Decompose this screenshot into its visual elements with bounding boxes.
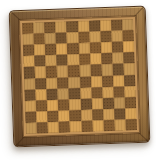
- board-square: [89, 20, 100, 31]
- board-square: [69, 99, 80, 110]
- frame-miter-seam: [15, 137, 25, 147]
- board-square: [124, 75, 135, 86]
- board-square: [33, 22, 44, 33]
- board-square: [89, 42, 100, 53]
- board-inner-margin: [19, 16, 140, 137]
- board-square: [68, 65, 79, 76]
- board-square: [66, 21, 77, 32]
- board-square: [57, 66, 68, 77]
- board-square: [89, 31, 100, 42]
- board-square: [79, 65, 90, 76]
- board-square: [46, 77, 57, 88]
- board-square: [112, 64, 123, 75]
- board-square: [80, 98, 91, 109]
- board-square: [24, 89, 35, 100]
- board-square: [24, 67, 35, 78]
- board-square: [68, 54, 79, 65]
- board-square: [58, 99, 69, 110]
- board-square: [103, 109, 114, 120]
- board-square: [78, 21, 89, 32]
- board-square: [102, 86, 113, 97]
- board-square: [47, 111, 58, 122]
- board-square: [46, 66, 57, 77]
- board-square: [92, 120, 103, 131]
- board-square: [22, 23, 33, 34]
- board-square: [36, 100, 47, 111]
- board-square: [79, 54, 90, 65]
- board-square: [125, 119, 136, 130]
- board-grid: [22, 19, 137, 134]
- board-square: [111, 19, 122, 30]
- board-square: [45, 44, 56, 55]
- board-square: [80, 76, 91, 87]
- board-square: [112, 53, 123, 64]
- board-square: [122, 19, 133, 30]
- board-square: [22, 34, 33, 45]
- board-square: [102, 98, 113, 109]
- board-square: [67, 32, 78, 43]
- board-square: [78, 32, 89, 43]
- board-square: [113, 86, 124, 97]
- board-square: [91, 76, 102, 87]
- board-square: [122, 30, 133, 41]
- frame-miter-seam: [134, 6, 144, 16]
- board-square: [111, 31, 122, 42]
- board-square: [92, 109, 103, 120]
- board-square: [80, 87, 91, 98]
- board-square: [102, 75, 113, 86]
- board-square: [23, 56, 34, 67]
- board-square: [44, 22, 55, 33]
- board-square: [100, 31, 111, 42]
- board-square: [90, 65, 101, 76]
- board-square: [91, 87, 102, 98]
- board-square: [26, 122, 37, 133]
- board-square: [67, 43, 78, 54]
- board-square: [101, 42, 112, 53]
- board-square: [25, 100, 36, 111]
- board-square: [23, 45, 34, 56]
- board-square: [112, 42, 123, 53]
- board-square: [124, 86, 135, 97]
- board-square: [103, 120, 114, 131]
- board-square: [47, 88, 58, 99]
- board-square: [123, 52, 134, 63]
- board-square: [36, 89, 47, 100]
- board-square: [45, 33, 56, 44]
- board-square: [56, 44, 67, 55]
- board-square: [59, 121, 70, 132]
- board-square: [68, 77, 79, 88]
- board-square: [34, 55, 45, 66]
- board-square: [78, 43, 89, 54]
- board-square: [58, 88, 69, 99]
- board-square: [114, 119, 125, 130]
- board-square: [47, 99, 58, 110]
- board-square: [25, 111, 36, 122]
- board-square: [56, 33, 67, 44]
- board-square: [48, 122, 59, 133]
- board-square: [91, 98, 102, 109]
- board-square: [35, 78, 46, 89]
- board-square: [55, 21, 66, 32]
- board-square: [81, 120, 92, 131]
- board-square: [90, 54, 101, 65]
- board-square: [123, 63, 134, 74]
- board-square: [100, 20, 111, 31]
- board-square: [123, 41, 134, 52]
- board-square: [125, 97, 136, 108]
- board-square: [70, 121, 81, 132]
- board-square: [101, 53, 112, 64]
- photo-background: [0, 0, 160, 160]
- board-square: [35, 67, 46, 78]
- board-square: [34, 44, 45, 55]
- board-square: [58, 110, 69, 121]
- board-square: [113, 75, 124, 86]
- board-square: [114, 97, 125, 108]
- board-square: [57, 55, 68, 66]
- board-square: [36, 111, 47, 122]
- game-board: [9, 6, 151, 148]
- board-square: [114, 108, 125, 119]
- board-square: [24, 78, 35, 89]
- board-square: [34, 33, 45, 44]
- board-square: [70, 110, 81, 121]
- board-square: [101, 64, 112, 75]
- board-square: [69, 88, 80, 99]
- board-square: [57, 77, 68, 88]
- frame-miter-seam: [139, 132, 149, 142]
- board-square: [81, 109, 92, 120]
- board-square: [125, 108, 136, 119]
- board-square: [45, 55, 56, 66]
- board-square: [37, 122, 48, 133]
